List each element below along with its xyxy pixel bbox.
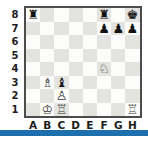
black-pawn-piece: ♟ (98, 22, 110, 36)
square-c8 (54, 8, 68, 22)
square-f8: ♜ (97, 8, 111, 22)
rank-label-6: 6 (8, 35, 22, 49)
rank-label-2: 2 (8, 89, 22, 103)
rank-label-4: 4 (8, 62, 22, 76)
black-pawn-piece: ♟ (112, 22, 124, 36)
square-e8 (83, 8, 97, 22)
square-a7 (26, 22, 40, 36)
square-b7 (40, 22, 54, 36)
rank-label-5: 5 (8, 49, 22, 63)
black-bishop-piece: ♝ (56, 76, 68, 90)
white-bishop-piece: ♗ (41, 76, 53, 90)
square-b2 (40, 89, 54, 103)
square-a6 (26, 35, 40, 49)
square-e2 (83, 89, 97, 103)
square-e4 (83, 62, 97, 76)
square-d4 (69, 62, 83, 76)
rank-labels: 87654321 (8, 8, 22, 116)
square-g1 (111, 103, 125, 117)
rank-label-3: 3 (8, 76, 22, 90)
square-f2 (97, 89, 111, 103)
rank-label-7: 7 (8, 22, 22, 36)
square-c4 (54, 62, 68, 76)
square-a1 (26, 103, 40, 117)
square-g3 (111, 76, 125, 90)
white-pawn-piece: ♙ (56, 89, 68, 103)
square-d8 (69, 8, 83, 22)
rank-label-1: 1 (8, 103, 22, 117)
square-b3: ♗ (40, 76, 54, 90)
square-d5 (69, 49, 83, 63)
square-c2: ♙ (54, 89, 68, 103)
square-f7: ♟ (97, 22, 111, 36)
square-c7 (54, 22, 68, 36)
chess-board[interactable]: ♜♜♚♟♟♟♘♗♝♙♔♖♖ (24, 6, 142, 118)
square-h3 (125, 76, 139, 90)
square-d6 (69, 35, 83, 49)
square-b1: ♔ (40, 103, 54, 117)
black-king-piece: ♚ (127, 8, 139, 22)
square-d2 (69, 89, 83, 103)
square-e5 (83, 49, 97, 63)
square-b4 (40, 62, 54, 76)
square-g7: ♟ (111, 22, 125, 36)
white-king-piece: ♔ (41, 103, 53, 117)
square-h1: ♖ (125, 103, 139, 117)
black-rook-piece: ♜ (27, 8, 39, 22)
page: 87654321 ♜♜♚♟♟♟♘♗♝♙♔♖♖ ABCDEFGH (0, 0, 148, 141)
square-b5 (40, 49, 54, 63)
square-b6 (40, 35, 54, 49)
square-f6 (97, 35, 111, 49)
square-h4 (125, 62, 139, 76)
square-d3 (69, 76, 83, 90)
black-pawn-piece: ♟ (127, 22, 139, 36)
square-b8 (40, 8, 54, 22)
square-c3: ♝ (54, 76, 68, 90)
square-h8: ♚ (125, 8, 139, 22)
square-a2 (26, 89, 40, 103)
square-h2 (125, 89, 139, 103)
square-g4 (111, 62, 125, 76)
square-h5 (125, 49, 139, 63)
square-g5 (111, 49, 125, 63)
white-rook-piece: ♖ (127, 103, 139, 117)
square-h7: ♟ (125, 22, 139, 36)
white-knight-piece: ♘ (98, 62, 110, 76)
square-a3 (26, 76, 40, 90)
footer-divider-bar (0, 130, 148, 136)
square-e1 (83, 103, 97, 117)
square-e6 (83, 35, 97, 49)
square-f1 (97, 103, 111, 117)
black-rook-piece: ♜ (98, 8, 110, 22)
square-d1 (69, 103, 83, 117)
square-g6 (111, 35, 125, 49)
white-rook-piece: ♖ (56, 103, 68, 117)
square-g8 (111, 8, 125, 22)
square-f4: ♘ (97, 62, 111, 76)
square-g2 (111, 89, 125, 103)
rank-label-8: 8 (8, 8, 22, 22)
square-e7 (83, 22, 97, 36)
square-h6 (125, 35, 139, 49)
square-c5 (54, 49, 68, 63)
square-c1: ♖ (54, 103, 68, 117)
square-f3 (97, 76, 111, 90)
square-f5 (97, 49, 111, 63)
square-a4 (26, 62, 40, 76)
square-a5 (26, 49, 40, 63)
square-c6 (54, 35, 68, 49)
square-d7 (69, 22, 83, 36)
square-a8: ♜ (26, 8, 40, 22)
square-e3 (83, 76, 97, 90)
